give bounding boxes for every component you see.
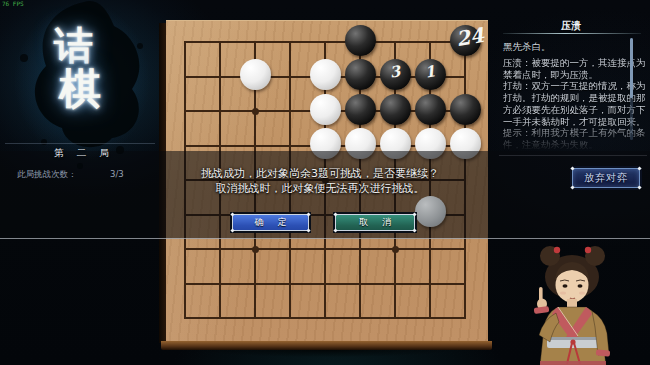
hair-ornament-left — [554, 247, 560, 253]
board-front-edge — [161, 341, 492, 350]
calligraphy-char-jie: 诘 — [54, 24, 93, 66]
puzzle-objective: 黑先杀白。 — [503, 41, 551, 54]
hair-ornament-right — [585, 247, 591, 253]
rules-text: 压溃：被要提的一方，其连接点为禁着点时，即为压溃。 打劫：双方一子互提的情况，称… — [503, 57, 650, 151]
right-panel-divider — [499, 155, 647, 156]
game-screen: 76 FPS 2431 挑战成功，此对象尚余3题可挑战，是否要继续？ 取消挑战时… — [0, 0, 650, 365]
title-divider — [503, 33, 641, 34]
npc-girl-portrait[interactable] — [500, 243, 650, 365]
stone-black — [345, 25, 376, 56]
stone-black — [345, 59, 376, 90]
stone-black — [450, 25, 481, 56]
stone-black — [415, 94, 446, 125]
attempts-value: 3/3 — [110, 169, 124, 179]
stone-white — [310, 94, 341, 125]
grid-line-horizontal — [184, 248, 466, 250]
confirm-button-label: 确定 — [255, 216, 301, 229]
scrollbar-thumb[interactable] — [630, 38, 633, 98]
stone-black — [415, 59, 446, 90]
stone-white-dimmed — [415, 196, 446, 227]
stone-black — [345, 94, 376, 125]
grid-line-horizontal — [184, 283, 466, 285]
star-point — [252, 246, 259, 253]
cancel-button[interactable]: 取消 — [335, 214, 415, 231]
stone-white — [240, 59, 271, 90]
star-point — [252, 108, 259, 115]
dialog-message-line1: 挑战成功，此对象尚余3题可挑战，是否要继续？ — [125, 166, 515, 181]
grid-line-horizontal — [184, 317, 466, 319]
confirm-button[interactable]: 确定 — [232, 214, 309, 231]
cancel-button-label: 取消 — [359, 216, 405, 229]
calligraphy-char-qi: 棋 — [59, 66, 101, 111]
resign-button-label: 放弃对弈 — [584, 171, 628, 185]
star-point — [392, 246, 399, 253]
dialog-message-line2: 取消挑战时，此对象便无法再次进行挑战。 — [125, 181, 515, 196]
attempts-label: 此局挑战次数： — [17, 169, 77, 181]
stone-black — [380, 59, 411, 90]
stone-black — [450, 94, 481, 125]
stone-black — [380, 94, 411, 125]
stone-white — [310, 59, 341, 90]
puzzle-title: 压溃 — [497, 19, 645, 33]
left-panel-divider — [5, 143, 155, 144]
board-shadow — [160, 350, 494, 364]
resign-button[interactable]: 放弃对弈 — [572, 168, 640, 188]
round-title: 第 二 局 — [0, 147, 168, 160]
